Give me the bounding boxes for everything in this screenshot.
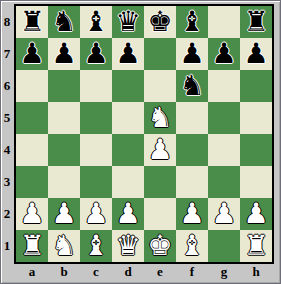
square-g6[interactable]	[208, 70, 240, 102]
square-h7[interactable]: ♟	[240, 38, 272, 70]
black-pawn-g7[interactable]: ♟	[208, 38, 240, 70]
file-label-f: f	[176, 262, 208, 282]
square-g7[interactable]: ♟	[208, 38, 240, 70]
square-b3[interactable]	[48, 166, 80, 198]
square-c8[interactable]: ♝	[80, 6, 112, 38]
file-label-c: c	[80, 262, 112, 282]
square-f1[interactable]: ♝	[176, 230, 208, 262]
black-knight-f6[interactable]: ♞	[176, 70, 208, 102]
rank-label-7: 7	[0, 38, 14, 70]
square-c4[interactable]	[80, 134, 112, 166]
rank-label-2: 2	[0, 198, 14, 230]
white-bishop-c1[interactable]: ♝	[80, 230, 112, 262]
square-b2[interactable]: ♟	[48, 198, 80, 230]
square-g5[interactable]	[208, 102, 240, 134]
white-pawn-d2[interactable]: ♟	[112, 198, 144, 230]
file-label-d: d	[112, 262, 144, 282]
white-rook-h1[interactable]: ♜	[240, 230, 272, 262]
square-e2[interactable]	[144, 198, 176, 230]
white-pawn-f2[interactable]: ♟	[176, 198, 208, 230]
square-d8[interactable]: ♛	[112, 6, 144, 38]
square-b8[interactable]: ♞	[48, 6, 80, 38]
square-e5[interactable]: ♞	[144, 102, 176, 134]
white-knight-e5[interactable]: ♞	[144, 102, 176, 134]
rank-label-6: 6	[0, 70, 14, 102]
black-pawn-b7[interactable]: ♟	[48, 38, 80, 70]
rank-labels: 87654321	[0, 6, 14, 262]
square-c1[interactable]: ♝	[80, 230, 112, 262]
square-d7[interactable]: ♟	[112, 38, 144, 70]
black-bishop-f8[interactable]: ♝	[176, 6, 208, 38]
white-knight-b1[interactable]: ♞	[48, 230, 80, 262]
black-pawn-h7[interactable]: ♟	[240, 38, 272, 70]
white-pawn-g2[interactable]: ♟	[208, 198, 240, 230]
square-g3[interactable]	[208, 166, 240, 198]
rank-label-1: 1	[0, 230, 14, 262]
square-a1[interactable]: ♜	[16, 230, 48, 262]
square-a6[interactable]	[16, 70, 48, 102]
square-c6[interactable]	[80, 70, 112, 102]
file-label-b: b	[48, 262, 80, 282]
square-b6[interactable]	[48, 70, 80, 102]
black-rook-a8[interactable]: ♜	[16, 6, 48, 38]
white-pawn-b2[interactable]: ♟	[48, 198, 80, 230]
white-pawn-e4[interactable]: ♟	[144, 134, 176, 166]
square-c3[interactable]	[80, 166, 112, 198]
file-label-e: e	[144, 262, 176, 282]
white-pawn-a2[interactable]: ♟	[16, 198, 48, 230]
square-h1[interactable]: ♜	[240, 230, 272, 262]
square-b4[interactable]	[48, 134, 80, 166]
square-h3[interactable]	[240, 166, 272, 198]
black-pawn-f7[interactable]: ♟	[176, 38, 208, 70]
square-e6[interactable]	[144, 70, 176, 102]
square-a3[interactable]	[16, 166, 48, 198]
square-e1[interactable]: ♚	[144, 230, 176, 262]
white-queen-d1[interactable]: ♛	[112, 230, 144, 262]
black-rook-h8[interactable]: ♜	[240, 6, 272, 38]
square-g8[interactable]	[208, 6, 240, 38]
square-g1[interactable]	[208, 230, 240, 262]
black-pawn-d7[interactable]: ♟	[112, 38, 144, 70]
square-a8[interactable]: ♜	[16, 6, 48, 38]
square-h2[interactable]: ♟	[240, 198, 272, 230]
square-h8[interactable]: ♜	[240, 6, 272, 38]
black-king-e8[interactable]: ♚	[144, 6, 176, 38]
file-label-h: h	[240, 262, 272, 282]
square-e4[interactable]: ♟	[144, 134, 176, 166]
file-label-g: g	[208, 262, 240, 282]
square-h4[interactable]	[240, 134, 272, 166]
square-f8[interactable]: ♝	[176, 6, 208, 38]
rank-label-3: 3	[0, 166, 14, 198]
white-pawn-h2[interactable]: ♟	[240, 198, 272, 230]
square-f5[interactable]	[176, 102, 208, 134]
square-f4[interactable]	[176, 134, 208, 166]
square-d5[interactable]	[112, 102, 144, 134]
square-e8[interactable]: ♚	[144, 6, 176, 38]
black-knight-b8[interactable]: ♞	[48, 6, 80, 38]
black-queen-d8[interactable]: ♛	[112, 6, 144, 38]
square-h5[interactable]	[240, 102, 272, 134]
black-bishop-c8[interactable]: ♝	[80, 6, 112, 38]
square-g2[interactable]: ♟	[208, 198, 240, 230]
rank-label-5: 5	[0, 102, 14, 134]
square-d6[interactable]	[112, 70, 144, 102]
square-e3[interactable]	[144, 166, 176, 198]
square-c7[interactable]: ♟	[80, 38, 112, 70]
white-king-e1[interactable]: ♚	[144, 230, 176, 262]
square-f3[interactable]	[176, 166, 208, 198]
black-pawn-a7[interactable]: ♟	[16, 38, 48, 70]
square-a2[interactable]: ♟	[16, 198, 48, 230]
square-g4[interactable]	[208, 134, 240, 166]
square-b7[interactable]: ♟	[48, 38, 80, 70]
file-labels: abcdefgh	[16, 262, 272, 282]
rank-label-4: 4	[0, 134, 14, 166]
square-b5[interactable]	[48, 102, 80, 134]
square-f2[interactable]: ♟	[176, 198, 208, 230]
white-rook-a1[interactable]: ♜	[16, 230, 48, 262]
square-d4[interactable]	[112, 134, 144, 166]
square-e7[interactable]	[144, 38, 176, 70]
file-label-a: a	[16, 262, 48, 282]
square-b1[interactable]: ♞	[48, 230, 80, 262]
rank-label-8: 8	[0, 6, 14, 38]
square-d1[interactable]: ♛	[112, 230, 144, 262]
square-d2[interactable]: ♟	[112, 198, 144, 230]
square-a5[interactable]	[16, 102, 48, 134]
square-c5[interactable]	[80, 102, 112, 134]
chess-board: ♜♞♝♛♚♝♜♟♟♟♟♟♟♟♞♞♟♟♟♟♟♟♟♟♜♞♝♛♚♝♜	[14, 4, 274, 264]
square-h6[interactable]	[240, 70, 272, 102]
square-a4[interactable]	[16, 134, 48, 166]
chessboard-panel: 87654321 ♜♞♝♛♚♝♜♟♟♟♟♟♟♟♞♞♟♟♟♟♟♟♟♟♜♞♝♛♚♝♜…	[0, 0, 281, 284]
square-f6[interactable]: ♞	[176, 70, 208, 102]
square-a7[interactable]: ♟	[16, 38, 48, 70]
square-c2[interactable]: ♟	[80, 198, 112, 230]
white-bishop-f1[interactable]: ♝	[176, 230, 208, 262]
white-pawn-c2[interactable]: ♟	[80, 198, 112, 230]
square-f7[interactable]: ♟	[176, 38, 208, 70]
black-pawn-c7[interactable]: ♟	[80, 38, 112, 70]
square-d3[interactable]	[112, 166, 144, 198]
